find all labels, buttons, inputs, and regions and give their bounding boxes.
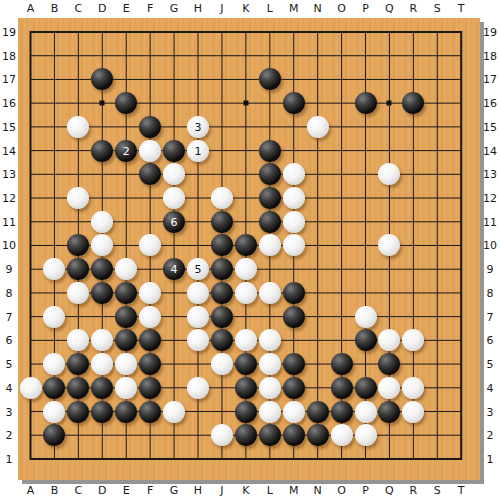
stone-L2 xyxy=(259,424,281,446)
stone-E6 xyxy=(115,329,137,351)
move-label-5: 5 xyxy=(195,264,202,275)
stone-R16 xyxy=(402,92,424,114)
stone-Q6 xyxy=(378,329,400,351)
row-label-right-11: 11 xyxy=(483,215,497,228)
col-label-top-B: B xyxy=(51,2,59,15)
row-label-right-14: 14 xyxy=(483,144,497,157)
star-point-K16 xyxy=(243,101,248,106)
stone-F14 xyxy=(139,140,161,162)
stone-H4 xyxy=(187,377,209,399)
col-label-bottom-A: A xyxy=(27,484,35,497)
stone-Q13 xyxy=(378,163,400,185)
col-label-top-K: K xyxy=(242,2,249,15)
col-label-top-A: A xyxy=(27,2,35,15)
stone-J9 xyxy=(211,258,233,280)
col-label-bottom-J: J xyxy=(220,484,223,497)
col-label-top-J: J xyxy=(220,2,223,15)
stone-D8 xyxy=(91,282,113,304)
stone-C12 xyxy=(67,187,89,209)
stone-C8 xyxy=(67,282,89,304)
stone-P6 xyxy=(355,329,377,351)
col-label-bottom-K: K xyxy=(242,484,249,497)
star-point-D16 xyxy=(100,101,105,106)
row-label-right-17: 17 xyxy=(483,73,497,86)
row-label-left-10: 10 xyxy=(2,239,16,252)
row-label-right-13: 13 xyxy=(483,168,497,181)
row-label-right-2: 2 xyxy=(487,429,494,442)
row-label-left-3: 3 xyxy=(6,405,13,418)
move-label-1: 1 xyxy=(195,145,202,156)
col-label-top-O: O xyxy=(337,2,346,15)
stone-E16 xyxy=(115,92,137,114)
stone-M16 xyxy=(283,92,305,114)
stone-C10 xyxy=(67,234,89,256)
col-label-top-F: F xyxy=(147,2,153,15)
stone-O2 xyxy=(331,424,353,446)
stone-C4 xyxy=(67,377,89,399)
stone-M8 xyxy=(283,282,305,304)
stone-K3 xyxy=(235,401,257,423)
stone-F4 xyxy=(139,377,161,399)
col-label-bottom-Q: Q xyxy=(385,484,394,497)
stone-Q10 xyxy=(378,234,400,256)
stone-B2 xyxy=(43,424,65,446)
col-label-top-T: T xyxy=(458,2,465,15)
row-label-right-19: 19 xyxy=(483,26,497,39)
stone-D11 xyxy=(91,211,113,233)
stone-F5 xyxy=(139,353,161,375)
stone-K8 xyxy=(235,282,257,304)
stone-J8 xyxy=(211,282,233,304)
stone-Q3 xyxy=(378,401,400,423)
stone-B4 xyxy=(43,377,65,399)
row-label-left-15: 15 xyxy=(2,120,16,133)
row-label-left-16: 16 xyxy=(2,97,16,110)
stone-O3 xyxy=(331,401,353,423)
row-label-left-6: 6 xyxy=(6,334,13,347)
stone-L4 xyxy=(259,377,281,399)
row-label-right-7: 7 xyxy=(487,310,494,323)
col-label-bottom-F: F xyxy=(147,484,153,497)
row-label-left-18: 18 xyxy=(2,49,16,62)
stone-P7 xyxy=(355,306,377,328)
stone-N15 xyxy=(307,116,329,138)
stone-P2 xyxy=(355,424,377,446)
row-label-right-3: 3 xyxy=(487,405,494,418)
col-label-top-H: H xyxy=(194,2,202,15)
col-label-bottom-N: N xyxy=(314,484,322,497)
col-label-bottom-R: R xyxy=(410,484,418,497)
stone-J7 xyxy=(211,306,233,328)
stone-L6 xyxy=(259,329,281,351)
stone-C5 xyxy=(67,353,89,375)
col-label-bottom-G: G xyxy=(170,484,179,497)
row-label-right-10: 10 xyxy=(483,239,497,252)
stone-N3 xyxy=(307,401,329,423)
stone-D14 xyxy=(91,140,113,162)
stone-K5 xyxy=(235,353,257,375)
row-label-left-7: 7 xyxy=(6,310,13,323)
col-label-bottom-B: B xyxy=(51,484,59,497)
move-label-6: 6 xyxy=(171,216,178,227)
stone-J11 xyxy=(211,211,233,233)
stone-F13 xyxy=(139,163,161,185)
col-label-bottom-P: P xyxy=(362,484,369,497)
col-label-top-P: P xyxy=(362,2,369,15)
stone-J5 xyxy=(211,353,233,375)
col-label-top-S: S xyxy=(434,2,441,15)
stone-R4 xyxy=(402,377,424,399)
row-label-left-4: 4 xyxy=(6,381,13,394)
stone-C15 xyxy=(67,116,89,138)
stone-F3 xyxy=(139,401,161,423)
stone-H8 xyxy=(187,282,209,304)
stone-K10 xyxy=(235,234,257,256)
col-label-bottom-E: E xyxy=(123,484,130,497)
stone-F7 xyxy=(139,306,161,328)
stone-G14 xyxy=(163,140,185,162)
row-label-left-19: 19 xyxy=(2,26,16,39)
row-label-left-17: 17 xyxy=(2,73,16,86)
stone-C6 xyxy=(67,329,89,351)
stone-L14 xyxy=(259,140,281,162)
row-label-right-1: 1 xyxy=(487,452,494,465)
col-label-bottom-L: L xyxy=(267,484,273,497)
stone-B7 xyxy=(43,306,65,328)
stone-E9 xyxy=(115,258,137,280)
stone-J10 xyxy=(211,234,233,256)
col-label-top-L: L xyxy=(267,2,273,15)
row-label-right-12: 12 xyxy=(483,192,497,205)
stone-N2 xyxy=(307,424,329,446)
stone-P3 xyxy=(355,401,377,423)
stone-K4 xyxy=(235,377,257,399)
stone-D4 xyxy=(91,377,113,399)
stone-G13 xyxy=(163,163,185,185)
row-label-right-15: 15 xyxy=(483,120,497,133)
row-label-right-6: 6 xyxy=(487,334,494,347)
row-label-left-2: 2 xyxy=(6,429,13,442)
col-label-bottom-D: D xyxy=(98,484,106,497)
row-label-left-14: 14 xyxy=(2,144,16,157)
stone-H6 xyxy=(187,329,209,351)
stone-B9 xyxy=(43,258,65,280)
row-label-right-5: 5 xyxy=(487,358,494,371)
stone-D5 xyxy=(91,353,113,375)
col-label-top-D: D xyxy=(98,2,106,15)
stone-J12 xyxy=(211,187,233,209)
col-label-bottom-O: O xyxy=(337,484,346,497)
stone-F8 xyxy=(139,282,161,304)
stone-O4 xyxy=(331,377,353,399)
stone-L13 xyxy=(259,163,281,185)
stone-L17 xyxy=(259,68,281,90)
col-label-bottom-T: T xyxy=(458,484,465,497)
col-label-top-E: E xyxy=(123,2,130,15)
stone-M12 xyxy=(283,187,305,209)
col-label-top-R: R xyxy=(410,2,418,15)
row-label-left-5: 5 xyxy=(6,358,13,371)
stone-E3 xyxy=(115,401,137,423)
stone-Q4 xyxy=(378,377,400,399)
stone-A4 xyxy=(20,377,42,399)
stone-P16 xyxy=(355,92,377,114)
col-label-bottom-S: S xyxy=(434,484,441,497)
row-label-right-4: 4 xyxy=(487,381,494,394)
stone-E5 xyxy=(115,353,137,375)
stone-M5 xyxy=(283,353,305,375)
stone-M2 xyxy=(283,424,305,446)
move-label-2: 2 xyxy=(123,145,130,156)
stone-D6 xyxy=(91,329,113,351)
stone-G3 xyxy=(163,401,185,423)
stone-P4 xyxy=(355,377,377,399)
stone-J2 xyxy=(211,424,233,446)
row-label-right-16: 16 xyxy=(483,97,497,110)
stone-C9 xyxy=(67,258,89,280)
move-label-4: 4 xyxy=(171,264,178,275)
stone-Q5 xyxy=(378,353,400,375)
stone-J6 xyxy=(211,329,233,351)
stone-F15 xyxy=(139,116,161,138)
stone-C3 xyxy=(67,401,89,423)
star-point-Q16 xyxy=(387,101,392,106)
row-label-left-9: 9 xyxy=(6,263,13,276)
stone-K9 xyxy=(235,258,257,280)
stone-L10 xyxy=(259,234,281,256)
stone-E8 xyxy=(115,282,137,304)
stone-G12 xyxy=(163,187,185,209)
stone-M7 xyxy=(283,306,305,328)
stone-L5 xyxy=(259,353,281,375)
move-label-3: 3 xyxy=(195,121,202,132)
stone-E4 xyxy=(115,377,137,399)
stone-R6 xyxy=(402,329,424,351)
stone-H7 xyxy=(187,306,209,328)
col-label-top-M: M xyxy=(289,2,299,15)
stone-B3 xyxy=(43,401,65,423)
row-label-left-1: 1 xyxy=(6,452,13,465)
stone-F10 xyxy=(139,234,161,256)
stone-D17 xyxy=(91,68,113,90)
stone-K2 xyxy=(235,424,257,446)
stone-L8 xyxy=(259,282,281,304)
stone-O5 xyxy=(331,353,353,375)
row-label-left-12: 12 xyxy=(2,192,16,205)
stone-M13 xyxy=(283,163,305,185)
row-label-right-18: 18 xyxy=(483,49,497,62)
col-label-bottom-H: H xyxy=(194,484,202,497)
stone-L3 xyxy=(259,401,281,423)
col-label-top-Q: Q xyxy=(385,2,394,15)
go-diagram: AABBCCDDEEFFGGHHJJKKLLMMNNOOPPQQRRSSTT19… xyxy=(0,0,500,500)
stone-M4 xyxy=(283,377,305,399)
stone-M10 xyxy=(283,234,305,256)
stone-D10 xyxy=(91,234,113,256)
stone-D9 xyxy=(91,258,113,280)
row-label-right-8: 8 xyxy=(487,286,494,299)
row-label-right-9: 9 xyxy=(487,263,494,276)
stone-E7 xyxy=(115,306,137,328)
stone-B5 xyxy=(43,353,65,375)
stone-L12 xyxy=(259,187,281,209)
stone-F6 xyxy=(139,329,161,351)
col-label-top-G: G xyxy=(170,2,179,15)
stone-D3 xyxy=(91,401,113,423)
col-label-bottom-C: C xyxy=(75,484,83,497)
stone-K6 xyxy=(235,329,257,351)
stone-L11 xyxy=(259,211,281,233)
stone-R3 xyxy=(402,401,424,423)
row-label-left-8: 8 xyxy=(6,286,13,299)
stone-M11 xyxy=(283,211,305,233)
row-label-left-11: 11 xyxy=(2,215,16,228)
col-label-top-C: C xyxy=(75,2,83,15)
col-label-bottom-M: M xyxy=(289,484,299,497)
row-label-left-13: 13 xyxy=(2,168,16,181)
col-label-top-N: N xyxy=(314,2,322,15)
stone-M3 xyxy=(283,401,305,423)
